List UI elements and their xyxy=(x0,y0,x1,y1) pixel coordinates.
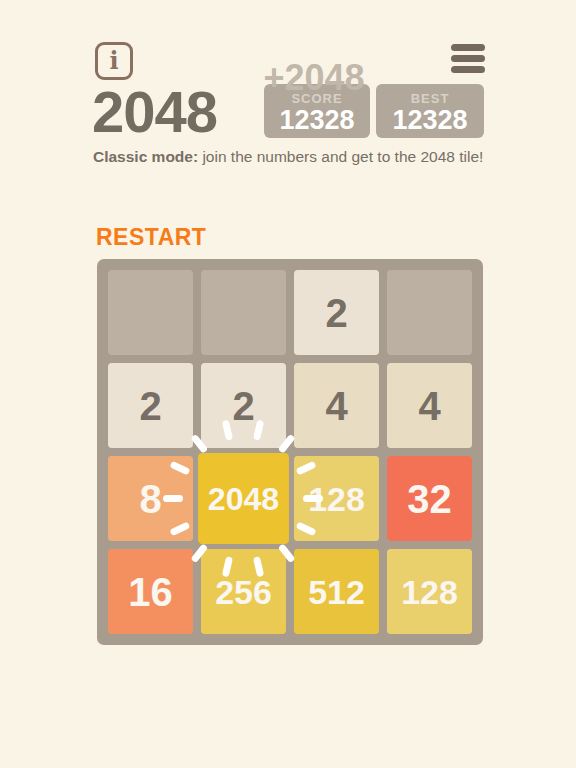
tile-16: 16 xyxy=(108,549,193,634)
tagline-mode: Classic mode: xyxy=(93,148,198,165)
tile-128: 128 xyxy=(387,549,472,634)
app-screen: i 2048 +2048 SCORE 12328 BEST 12328 Clas… xyxy=(0,0,576,768)
tile-2: 2 xyxy=(294,270,379,355)
game-board[interactable]: 22244820481283216256512128 xyxy=(97,259,483,645)
tiles-layer: 22244820481283216256512128 xyxy=(97,259,483,645)
best-label: BEST xyxy=(411,92,450,105)
burst-ray xyxy=(163,495,183,502)
tile-4: 4 xyxy=(387,363,472,448)
tile-512: 512 xyxy=(294,549,379,634)
hamburger-icon xyxy=(451,44,485,51)
tile-256: 256 xyxy=(201,549,286,634)
tile-32: 32 xyxy=(387,456,472,541)
tagline: Classic mode: join the numbers and get t… xyxy=(93,148,483,166)
score-value: 12328 xyxy=(279,107,354,134)
menu-button[interactable] xyxy=(451,44,485,73)
tile-2: 2 xyxy=(108,363,193,448)
tile-2048: 2048 xyxy=(198,453,289,544)
page-title: 2048 xyxy=(92,86,217,138)
hamburger-icon xyxy=(451,55,485,62)
hamburger-icon xyxy=(451,66,485,73)
info-button[interactable]: i xyxy=(95,42,133,80)
restart-button[interactable]: RESTART xyxy=(96,226,206,249)
best-value: 12328 xyxy=(392,107,467,134)
info-icon: i xyxy=(109,49,118,73)
burst-ray xyxy=(303,495,323,502)
tagline-text: join the numbers and get to the 2048 til… xyxy=(198,148,483,165)
tile-4: 4 xyxy=(294,363,379,448)
floating-score-points: +2048 xyxy=(256,60,372,96)
tile-2: 2 xyxy=(201,363,286,448)
best-box: BEST 12328 xyxy=(376,84,484,138)
